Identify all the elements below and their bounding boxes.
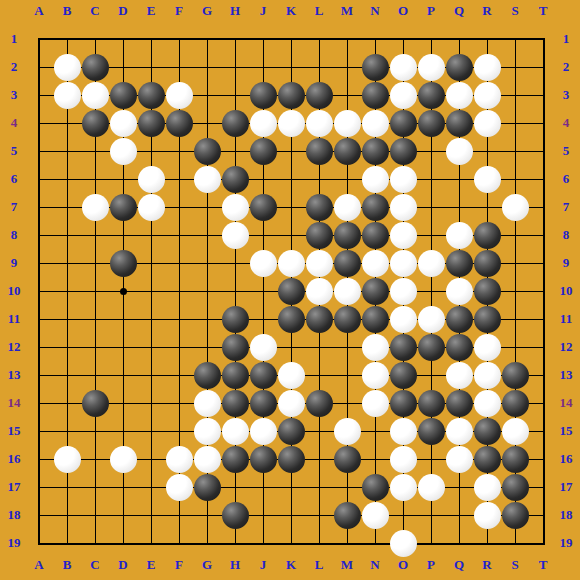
black-stone xyxy=(306,390,333,417)
black-stone xyxy=(446,390,473,417)
row-label: 17 xyxy=(553,479,579,495)
row-label: 13 xyxy=(1,367,27,383)
white-stone xyxy=(474,82,501,109)
black-stone xyxy=(390,110,417,137)
white-stone xyxy=(334,278,361,305)
row-label: 16 xyxy=(553,451,579,467)
column-label: H xyxy=(221,3,249,19)
row-label: 14 xyxy=(1,395,27,411)
white-stone xyxy=(250,110,277,137)
black-stone xyxy=(278,418,305,445)
column-label: R xyxy=(473,557,501,573)
white-stone xyxy=(278,110,305,137)
column-label: K xyxy=(277,557,305,573)
white-stone xyxy=(222,194,249,221)
black-stone xyxy=(194,362,221,389)
white-stone xyxy=(194,390,221,417)
black-stone xyxy=(418,418,445,445)
white-stone xyxy=(502,418,529,445)
black-stone xyxy=(362,138,389,165)
black-stone xyxy=(502,362,529,389)
white-stone xyxy=(390,278,417,305)
column-label: E xyxy=(137,3,165,19)
column-label: G xyxy=(193,3,221,19)
column-label: Q xyxy=(445,557,473,573)
white-stone xyxy=(418,306,445,333)
white-stone xyxy=(166,474,193,501)
white-stone xyxy=(446,278,473,305)
black-stone xyxy=(222,110,249,137)
black-stone xyxy=(334,502,361,529)
white-stone xyxy=(54,82,81,109)
black-stone xyxy=(306,194,333,221)
white-stone xyxy=(222,222,249,249)
black-stone xyxy=(418,334,445,361)
black-stone xyxy=(418,110,445,137)
black-stone xyxy=(166,110,193,137)
black-stone xyxy=(390,362,417,389)
row-label: 12 xyxy=(553,339,579,355)
black-stone xyxy=(222,362,249,389)
black-stone xyxy=(194,138,221,165)
column-label: G xyxy=(193,557,221,573)
row-label: 11 xyxy=(1,311,27,327)
white-stone xyxy=(446,222,473,249)
white-stone xyxy=(250,418,277,445)
white-stone xyxy=(166,82,193,109)
row-label: 4 xyxy=(1,115,27,131)
black-stone xyxy=(222,306,249,333)
black-stone xyxy=(306,222,333,249)
white-stone xyxy=(474,390,501,417)
black-stone xyxy=(110,82,137,109)
row-label: 4 xyxy=(553,115,579,131)
black-stone xyxy=(278,82,305,109)
column-label: F xyxy=(165,557,193,573)
white-stone xyxy=(390,166,417,193)
black-stone xyxy=(474,418,501,445)
column-label: C xyxy=(81,3,109,19)
black-stone xyxy=(446,110,473,137)
white-stone xyxy=(250,250,277,277)
black-stone xyxy=(306,306,333,333)
column-label: S xyxy=(501,557,529,573)
white-stone xyxy=(362,502,389,529)
black-stone xyxy=(278,278,305,305)
column-label: E xyxy=(137,557,165,573)
white-stone xyxy=(166,446,193,473)
black-stone xyxy=(362,474,389,501)
column-label: T xyxy=(529,3,557,19)
column-label: A xyxy=(25,557,53,573)
black-stone xyxy=(474,222,501,249)
black-stone xyxy=(474,250,501,277)
white-stone xyxy=(82,82,109,109)
white-stone xyxy=(390,222,417,249)
white-stone xyxy=(306,110,333,137)
star-point xyxy=(120,288,127,295)
column-label: R xyxy=(473,3,501,19)
row-label: 13 xyxy=(553,367,579,383)
black-stone xyxy=(446,306,473,333)
row-label: 6 xyxy=(1,171,27,187)
white-stone xyxy=(54,54,81,81)
white-stone xyxy=(306,250,333,277)
column-label: L xyxy=(305,557,333,573)
row-label: 15 xyxy=(1,423,27,439)
white-stone xyxy=(334,194,361,221)
white-stone xyxy=(194,418,221,445)
row-label: 10 xyxy=(1,283,27,299)
black-stone xyxy=(362,82,389,109)
white-stone xyxy=(474,502,501,529)
row-label: 7 xyxy=(553,199,579,215)
column-label: F xyxy=(165,3,193,19)
black-stone xyxy=(334,250,361,277)
black-stone xyxy=(278,446,305,473)
black-stone xyxy=(222,390,249,417)
black-stone xyxy=(222,502,249,529)
black-stone xyxy=(390,334,417,361)
black-stone xyxy=(82,110,109,137)
row-label: 2 xyxy=(553,59,579,75)
black-stone xyxy=(362,306,389,333)
row-label: 18 xyxy=(1,507,27,523)
column-label: T xyxy=(529,557,557,573)
black-stone xyxy=(278,306,305,333)
white-stone xyxy=(446,138,473,165)
column-label: B xyxy=(53,557,81,573)
white-stone xyxy=(474,334,501,361)
white-stone xyxy=(362,390,389,417)
column-label: L xyxy=(305,3,333,19)
white-stone xyxy=(418,474,445,501)
row-label: 17 xyxy=(1,479,27,495)
white-stone xyxy=(390,250,417,277)
black-stone xyxy=(250,194,277,221)
column-label: Q xyxy=(445,3,473,19)
row-label: 8 xyxy=(1,227,27,243)
white-stone xyxy=(54,446,81,473)
black-stone xyxy=(194,474,221,501)
white-stone xyxy=(362,362,389,389)
black-stone xyxy=(138,82,165,109)
black-stone xyxy=(502,474,529,501)
row-label: 2 xyxy=(1,59,27,75)
column-label: D xyxy=(109,557,137,573)
black-stone xyxy=(446,54,473,81)
column-label: K xyxy=(277,3,305,19)
black-stone xyxy=(334,138,361,165)
black-stone xyxy=(502,446,529,473)
row-label: 12 xyxy=(1,339,27,355)
column-label: S xyxy=(501,3,529,19)
row-label: 11 xyxy=(553,311,579,327)
white-stone xyxy=(250,334,277,361)
white-stone xyxy=(474,110,501,137)
row-label: 3 xyxy=(1,87,27,103)
black-stone xyxy=(250,138,277,165)
white-stone xyxy=(138,194,165,221)
black-stone xyxy=(138,110,165,137)
black-stone xyxy=(306,138,333,165)
black-stone xyxy=(222,334,249,361)
row-label: 14 xyxy=(553,395,579,411)
column-label: C xyxy=(81,557,109,573)
black-stone xyxy=(222,166,249,193)
column-label: O xyxy=(389,557,417,573)
black-stone xyxy=(222,446,249,473)
black-stone xyxy=(306,82,333,109)
row-label: 8 xyxy=(553,227,579,243)
column-label: P xyxy=(417,3,445,19)
row-label: 9 xyxy=(553,255,579,271)
black-stone xyxy=(250,390,277,417)
black-stone xyxy=(390,138,417,165)
row-label: 19 xyxy=(1,535,27,551)
white-stone xyxy=(390,418,417,445)
black-stone xyxy=(334,446,361,473)
column-label: P xyxy=(417,557,445,573)
go-board[interactable]: AABBCCDDEEFFGGHHJJKKLLMMNNOOPPQQRRSSTT11… xyxy=(0,0,580,580)
row-label: 1 xyxy=(553,31,579,47)
column-label: M xyxy=(333,3,361,19)
white-stone xyxy=(446,446,473,473)
white-stone xyxy=(278,390,305,417)
white-stone xyxy=(278,362,305,389)
row-label: 1 xyxy=(1,31,27,47)
white-stone xyxy=(390,82,417,109)
white-stone xyxy=(306,278,333,305)
white-stone xyxy=(334,110,361,137)
white-stone xyxy=(474,166,501,193)
stone-grid xyxy=(25,25,557,557)
black-stone xyxy=(418,390,445,417)
black-stone xyxy=(418,82,445,109)
white-stone xyxy=(334,418,361,445)
white-stone xyxy=(390,530,417,557)
white-stone xyxy=(446,418,473,445)
black-stone xyxy=(474,306,501,333)
black-stone xyxy=(474,446,501,473)
row-label: 5 xyxy=(553,143,579,159)
row-label: 3 xyxy=(553,87,579,103)
column-label: O xyxy=(389,3,417,19)
white-stone xyxy=(418,250,445,277)
black-stone xyxy=(390,390,417,417)
white-stone xyxy=(138,166,165,193)
white-stone xyxy=(390,306,417,333)
white-stone xyxy=(194,446,221,473)
black-stone xyxy=(446,250,473,277)
white-stone xyxy=(82,194,109,221)
row-label: 7 xyxy=(1,199,27,215)
black-stone xyxy=(250,362,277,389)
white-stone xyxy=(110,138,137,165)
white-stone xyxy=(110,110,137,137)
white-stone xyxy=(390,54,417,81)
black-stone xyxy=(362,194,389,221)
white-stone xyxy=(362,110,389,137)
black-stone xyxy=(474,278,501,305)
black-stone xyxy=(334,306,361,333)
white-stone xyxy=(446,82,473,109)
white-stone xyxy=(390,474,417,501)
black-stone xyxy=(502,502,529,529)
row-label: 16 xyxy=(1,451,27,467)
white-stone xyxy=(362,334,389,361)
column-label: M xyxy=(333,557,361,573)
white-stone xyxy=(362,250,389,277)
white-stone xyxy=(390,446,417,473)
white-stone xyxy=(278,250,305,277)
black-stone xyxy=(334,222,361,249)
row-label: 6 xyxy=(553,171,579,187)
column-label: J xyxy=(249,557,277,573)
white-stone xyxy=(110,446,137,473)
black-stone xyxy=(502,390,529,417)
column-label: N xyxy=(361,3,389,19)
white-stone xyxy=(446,362,473,389)
column-label: B xyxy=(53,3,81,19)
black-stone xyxy=(110,250,137,277)
black-stone xyxy=(82,390,109,417)
row-label: 5 xyxy=(1,143,27,159)
black-stone xyxy=(110,194,137,221)
black-stone xyxy=(362,222,389,249)
column-label: A xyxy=(25,3,53,19)
white-stone xyxy=(474,362,501,389)
white-stone xyxy=(222,418,249,445)
column-label: J xyxy=(249,3,277,19)
white-stone xyxy=(474,54,501,81)
black-stone xyxy=(250,446,277,473)
black-stone xyxy=(250,82,277,109)
black-stone xyxy=(362,54,389,81)
row-label: 10 xyxy=(553,283,579,299)
column-label: D xyxy=(109,3,137,19)
white-stone xyxy=(502,194,529,221)
column-label: H xyxy=(221,557,249,573)
white-stone xyxy=(418,54,445,81)
column-label: N xyxy=(361,557,389,573)
black-stone xyxy=(82,54,109,81)
black-stone xyxy=(446,334,473,361)
white-stone xyxy=(474,474,501,501)
white-stone xyxy=(194,166,221,193)
row-label: 19 xyxy=(553,535,579,551)
row-label: 9 xyxy=(1,255,27,271)
black-stone xyxy=(362,278,389,305)
white-stone xyxy=(362,166,389,193)
row-label: 18 xyxy=(553,507,579,523)
white-stone xyxy=(390,194,417,221)
row-label: 15 xyxy=(553,423,579,439)
